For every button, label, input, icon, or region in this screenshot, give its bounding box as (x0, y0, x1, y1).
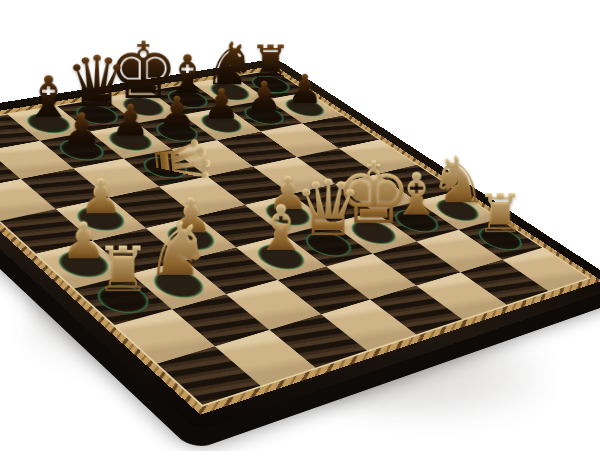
product-photo-scene: ♜♟♞♜♞♟♝♝♟♚♚♟♟♛♛♟♛♝♝♟♟♟♞♟♜ (0, 0, 600, 451)
black-pawn: ♟ (287, 69, 323, 109)
white-bishop: ♝ (253, 196, 310, 259)
black-pawn: ♟ (203, 83, 241, 125)
square-b1 (215, 330, 315, 386)
black-pawn: ♟ (246, 76, 283, 117)
white-rook: ♜ (476, 187, 524, 241)
white-rook: ♜ (95, 239, 151, 302)
white-knight: ♞ (145, 212, 213, 287)
black-pawn: ♟ (62, 107, 102, 152)
black-pawn: ♟ (158, 91, 196, 134)
